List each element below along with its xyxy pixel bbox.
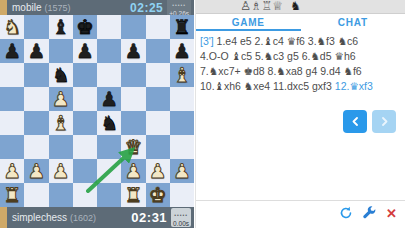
square-a7[interactable]: ♟ [0, 39, 24, 63]
close-x-icon[interactable]: ✕ [386, 207, 397, 220]
piece-white-pawn-f2[interactable]: ♟ [121, 159, 145, 183]
square-g8[interactable] [146, 15, 170, 39]
square-d6[interactable] [73, 63, 97, 87]
square-b4[interactable] [24, 111, 48, 135]
square-d2[interactable] [73, 159, 97, 183]
move-token-highlighted[interactable]: [3'] [200, 35, 214, 47]
square-g3[interactable] [146, 135, 170, 159]
move-list[interactable]: [3'] 1.e4 e5 2.♝c4 ♛f6 3.♞f3 ♞c64.O-O ♝c… [200, 34, 401, 94]
square-a1[interactable]: ♜ [0, 183, 24, 207]
square-h7[interactable]: ♟ [170, 39, 194, 63]
square-b2[interactable]: ♟ [24, 159, 48, 183]
captured-pieces-tray: ♙♗♖♕♞ [196, 0, 405, 14]
bottom-player-bar: simplechess (1602) 02:31 ••••• 0.00s [0, 207, 194, 228]
square-b3[interactable] [24, 135, 48, 159]
chess-app-screen: mobile (1575) 02:25 ••••• +0.26s ♞♝♚♜♟♟♟… [0, 0, 405, 228]
square-e3[interactable] [97, 135, 121, 159]
top-player-clock: 02:25 [130, 1, 163, 15]
piece-black-knight-c6[interactable]: ♞ [49, 63, 73, 87]
square-a3[interactable] [0, 135, 24, 159]
rematch-refresh-icon[interactable] [339, 206, 353, 220]
tab-game[interactable]: GAME [196, 14, 301, 31]
bottom-player-name: simplechess [12, 212, 67, 223]
bottom-lag-value: 0.00s [173, 220, 189, 227]
tools-wrench-icon[interactable] [362, 206, 377, 221]
piece-white-knight-a8[interactable]: ♞ [0, 15, 24, 39]
top-player-bar: mobile (1575) 02:25 ••••• +0.26s [0, 0, 194, 15]
square-c2[interactable]: ♟ [49, 159, 73, 183]
square-d7[interactable]: ♟ [73, 39, 97, 63]
square-c5[interactable]: ♟ [49, 87, 73, 111]
piece-white-pawn-c5[interactable]: ♟ [49, 87, 73, 111]
square-a8[interactable]: ♞ [0, 15, 24, 39]
move-list-line: 7.♞xc7+ ♚d8 8.♞xa8 g4 9.d4 ♞f6 [200, 64, 401, 79]
piece-black-pawn-e5[interactable]: ♟ [97, 87, 121, 111]
square-a6[interactable] [0, 63, 24, 87]
piece-black-knight-e4[interactable]: ♞ [97, 111, 121, 135]
square-g2[interactable]: ♟ [146, 159, 170, 183]
square-g1[interactable]: ♚ [146, 183, 170, 207]
piece-white-pawn-g2[interactable]: ♟ [146, 159, 170, 183]
piece-black-king-d8[interactable]: ♚ [73, 15, 97, 39]
chevron-left-icon [351, 117, 360, 126]
square-b8[interactable] [24, 15, 48, 39]
nav-next-move-button[interactable] [372, 110, 396, 133]
move-list-line: 4.O-O ♝c5 5.♞c3 g5 6.♞d5 ♛h6 [200, 49, 401, 64]
square-b5[interactable] [24, 87, 48, 111]
panel-tab-bar: GAME CHAT [196, 14, 405, 31]
square-b1[interactable] [24, 183, 48, 207]
square-a5[interactable] [0, 87, 24, 111]
piece-black-pawn-h7[interactable]: ♟ [170, 39, 194, 63]
move-token[interactable]: 10.♝xh6 ♞xe4 11.dxc5 gxf3 [200, 80, 335, 92]
piece-white-pawn-b2[interactable]: ♟ [24, 159, 48, 183]
square-e2[interactable] [97, 159, 121, 183]
square-g7[interactable] [146, 39, 170, 63]
bottom-player-lag-indicator: ••••• 0.00s [171, 208, 191, 227]
top-player-color-stripe [0, 0, 7, 15]
panel-divider [195, 0, 196, 228]
square-e6[interactable] [97, 63, 121, 87]
top-player-rating: (1575) [44, 3, 70, 13]
bottom-lag-dots: ••••• [174, 212, 188, 218]
square-h2[interactable]: ♟ [170, 159, 194, 183]
toolbar-divider [196, 200, 405, 201]
square-c4[interactable]: ♝ [49, 111, 73, 135]
square-f1[interactable]: ♜ [121, 183, 145, 207]
captured-white-style-piece: ♗ [251, 0, 262, 13]
piece-white-king-g1[interactable]: ♚ [146, 183, 170, 207]
square-f7[interactable]: ♟ [121, 39, 145, 63]
piece-black-rook-h8[interactable]: ♜ [170, 15, 194, 39]
chess-board[interactable]: ♞♝♚♜♟♟♟♟♟♞♝♟♟♝♞♛♟♟♟♟♟♟♜♜♚ [0, 15, 194, 207]
square-g4[interactable] [146, 111, 170, 135]
square-b6[interactable] [24, 63, 48, 87]
piece-white-bishop-c4[interactable]: ♝ [49, 111, 73, 135]
top-player-name: mobile [12, 2, 41, 13]
square-e1[interactable] [97, 183, 121, 207]
square-h8[interactable]: ♜ [170, 15, 194, 39]
captured-white-style-piece: ♕ [272, 0, 283, 13]
move-token[interactable]: 4.O-O ♝c5 5.♞c3 g5 6.♞d5 ♛h6 [200, 50, 356, 62]
move-list-line: [3'] 1.e4 e5 2.♝c4 ♛f6 3.♞f3 ♞c6 [200, 34, 401, 49]
square-b7[interactable]: ♟ [24, 39, 48, 63]
nav-previous-move-button[interactable] [343, 110, 367, 133]
square-f3[interactable]: ♛ [121, 135, 145, 159]
square-d4[interactable] [73, 111, 97, 135]
captured-white-style-piece: ♖ [262, 0, 273, 13]
square-d5[interactable] [73, 87, 97, 111]
square-f2[interactable]: ♟ [121, 159, 145, 183]
square-a4[interactable] [0, 111, 24, 135]
square-f5[interactable] [121, 87, 145, 111]
square-h3[interactable] [170, 135, 194, 159]
square-c6[interactable]: ♞ [49, 63, 73, 87]
square-h1[interactable] [170, 183, 194, 207]
top-lag-dots: ••••• [172, 2, 186, 8]
captured-white-style-piece: ♙ [240, 0, 251, 13]
piece-white-pawn-c2[interactable]: ♟ [49, 159, 73, 183]
square-d8[interactable]: ♚ [73, 15, 97, 39]
square-e7[interactable] [97, 39, 121, 63]
piece-white-pawn-h2[interactable]: ♟ [170, 159, 194, 183]
square-e5[interactable]: ♟ [97, 87, 121, 111]
piece-white-rook-a1[interactable]: ♜ [0, 183, 24, 207]
bottom-player-color-stripe [0, 207, 7, 228]
square-h4[interactable] [170, 111, 194, 135]
move-token[interactable]: 1.e4 e5 2.♝c4 ♛f6 3.♞f3 ♞c6 [214, 35, 358, 47]
piece-black-bishop-c8[interactable]: ♝ [49, 15, 73, 39]
piece-black-pawn-d7[interactable]: ♟ [73, 39, 97, 63]
square-f6[interactable] [121, 63, 145, 87]
piece-black-pawn-a7[interactable]: ♟ [0, 39, 24, 63]
square-f4[interactable] [121, 111, 145, 135]
piece-white-pawn-a2[interactable]: ♟ [0, 159, 24, 183]
bottom-player-rating: (1602) [70, 213, 96, 223]
piece-white-rook-f1[interactable]: ♜ [121, 183, 145, 207]
move-token-highlighted[interactable]: 12.♛xf3 [335, 80, 373, 92]
square-c7[interactable] [49, 39, 73, 63]
tab-chat[interactable]: CHAT [301, 14, 405, 31]
move-list-line: 10.♝xh6 ♞xe4 11.dxc5 gxf3 12.♛xf3 [200, 79, 401, 94]
square-c1[interactable] [49, 183, 73, 207]
square-h5[interactable] [170, 87, 194, 111]
piece-white-bishop-h6[interactable]: ♝ [170, 63, 194, 87]
square-h6[interactable]: ♝ [170, 63, 194, 87]
square-d3[interactable] [73, 135, 97, 159]
panel-toolbar: ✕ [339, 203, 397, 223]
square-g6[interactable] [146, 63, 170, 87]
chevron-right-icon [380, 117, 389, 126]
bottom-player-clock: 02:31 [131, 210, 167, 225]
captured-black-style-piece: ♞ [290, 0, 301, 13]
piece-white-queen-f3[interactable]: ♛ [121, 135, 145, 159]
square-d1[interactable] [73, 183, 97, 207]
square-f8[interactable] [121, 15, 145, 39]
piece-black-pawn-f7[interactable]: ♟ [121, 39, 145, 63]
move-token[interactable]: 7.♞xc7+ ♚d8 8.♞xa8 g4 9.d4 ♞f6 [200, 65, 362, 77]
square-g5[interactable] [146, 87, 170, 111]
square-c3[interactable] [49, 135, 73, 159]
piece-black-pawn-b7[interactable]: ♟ [24, 39, 48, 63]
square-e4[interactable]: ♞ [97, 111, 121, 135]
square-c8[interactable]: ♝ [49, 15, 73, 39]
square-e8[interactable] [97, 15, 121, 39]
square-a2[interactable]: ♟ [0, 159, 24, 183]
